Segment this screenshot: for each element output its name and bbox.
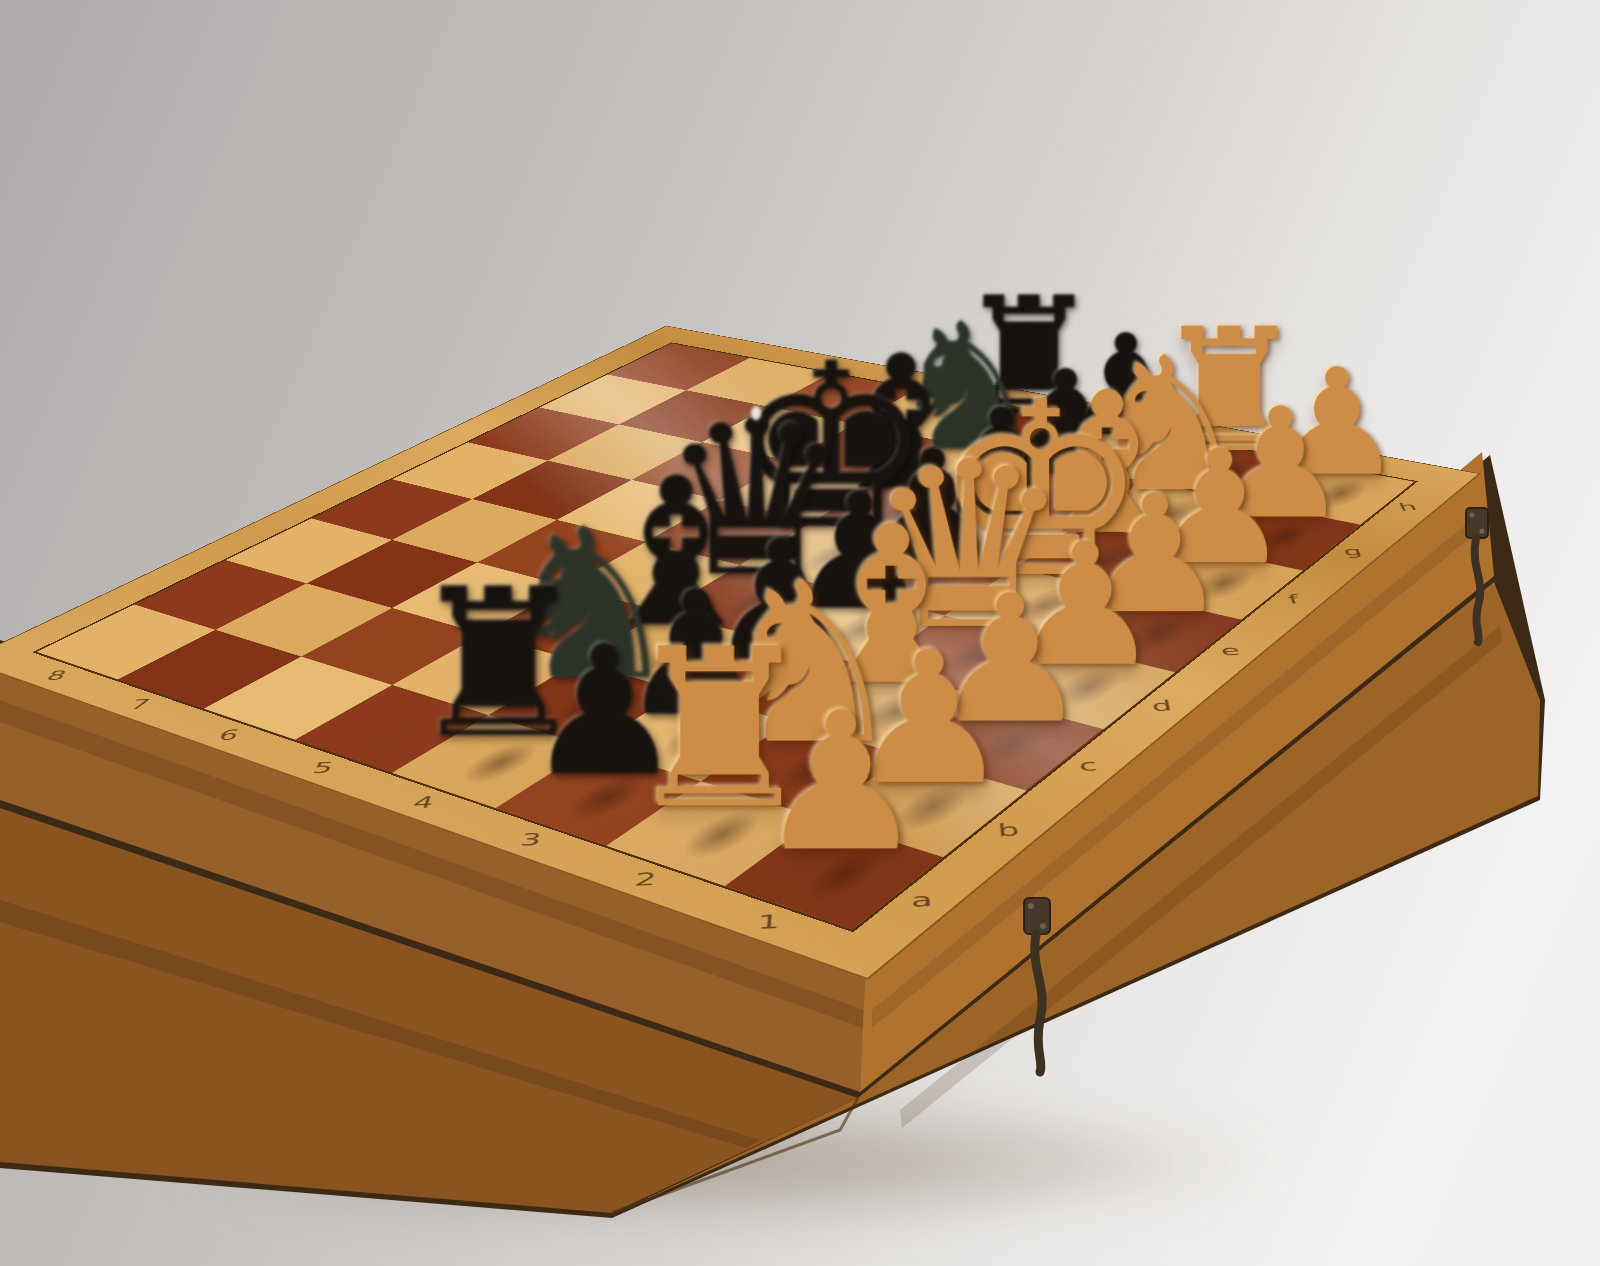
rank-label-7: 7 bbox=[114, 695, 165, 712]
piece-anchor: ♜ bbox=[671, 801, 765, 867]
board-3d-wrapper: ♜♞♝♛♚♝♞♜♟♟♟♟♟♟♟♟♜♞♝♛♚♝♞♜♟♟♟♟♟♟♟♟ 1234567… bbox=[155, 0, 1325, 1150]
square-a1: ♟ bbox=[725, 818, 943, 929]
rank-label-6: 6 bbox=[203, 726, 254, 744]
white-pawn-a1: ♟ bbox=[755, 692, 926, 873]
chess-photo-scene: ♜♞♝♛♚♝♞♜♟♟♟♟♟♟♟♟♜♞♝♛♚♝♞♜♟♟♟♟♟♟♟♟ 1234567… bbox=[0, 0, 1600, 1266]
rank-label-4: 4 bbox=[397, 792, 449, 812]
board-grid: ♜♞♝♛♚♝♞♜♟♟♟♟♟♟♟♟♜♞♝♛♚♝♞♜♟♟♟♟♟♟♟♟ bbox=[37, 343, 1414, 929]
piece-anchor: ♟ bbox=[794, 839, 886, 909]
rank-label-1: 1 bbox=[741, 910, 795, 934]
rank-label-8: 8 bbox=[31, 667, 81, 684]
rank-label-2: 2 bbox=[618, 868, 671, 891]
rank-label-3: 3 bbox=[504, 829, 557, 850]
rank-label-5: 5 bbox=[297, 758, 349, 777]
